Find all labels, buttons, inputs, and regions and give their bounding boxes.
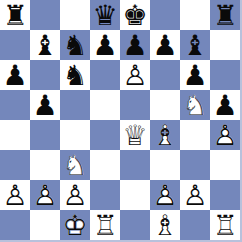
- white-knight-fill: ♞: [180, 90, 210, 120]
- square-a5[interactable]: [0, 90, 30, 120]
- square-c7[interactable]: ♞: [60, 30, 90, 60]
- square-b3[interactable]: [30, 150, 60, 180]
- square-e8[interactable]: ♚: [120, 0, 150, 30]
- square-c4[interactable]: [60, 120, 90, 150]
- square-c2[interactable]: ♟♙: [60, 180, 90, 210]
- piece-black-pawn[interactable]: ♟: [210, 90, 240, 120]
- square-a1[interactable]: [0, 210, 30, 240]
- white-rook-fill: ♜: [90, 210, 120, 240]
- square-c8[interactable]: [60, 0, 90, 30]
- piece-white-pawn[interactable]: ♙: [210, 120, 240, 150]
- square-g3[interactable]: [180, 150, 210, 180]
- square-b2[interactable]: ♟♙: [30, 180, 60, 210]
- square-h4[interactable]: ♟♙: [210, 120, 240, 150]
- piece-white-knight[interactable]: ♘: [180, 90, 210, 120]
- white-knight-fill: ♞: [60, 150, 90, 180]
- square-d2[interactable]: [90, 180, 120, 210]
- square-f4[interactable]: ♝♗: [150, 120, 180, 150]
- square-c1[interactable]: ♚♔: [60, 210, 90, 240]
- square-e7[interactable]: ♟: [120, 30, 150, 60]
- square-e4[interactable]: ♛♕: [120, 120, 150, 150]
- square-b6[interactable]: [30, 60, 60, 90]
- square-h3[interactable]: [210, 150, 240, 180]
- square-d6[interactable]: [90, 60, 120, 90]
- square-g5[interactable]: ♞♘: [180, 90, 210, 120]
- piece-white-bishop[interactable]: ♗: [150, 210, 180, 240]
- square-d8[interactable]: ♛: [90, 0, 120, 30]
- square-a8[interactable]: ♜: [0, 0, 30, 30]
- square-d3[interactable]: [90, 150, 120, 180]
- square-c5[interactable]: [60, 90, 90, 120]
- piece-black-king[interactable]: ♚: [120, 0, 150, 30]
- square-d7[interactable]: ♟: [90, 30, 120, 60]
- piece-black-knight[interactable]: ♞: [60, 60, 90, 90]
- piece-black-pawn[interactable]: ♟: [30, 90, 60, 120]
- square-g4[interactable]: [180, 120, 210, 150]
- square-f3[interactable]: [150, 150, 180, 180]
- piece-black-rook[interactable]: ♜: [210, 0, 240, 30]
- white-pawn-fill: ♟: [30, 180, 60, 210]
- piece-white-pawn[interactable]: ♙: [60, 180, 90, 210]
- square-a4[interactable]: [0, 120, 30, 150]
- white-bishop-fill: ♝: [150, 210, 180, 240]
- square-h6[interactable]: [210, 60, 240, 90]
- square-b1[interactable]: [30, 210, 60, 240]
- square-b5[interactable]: ♟: [30, 90, 60, 120]
- piece-black-pawn[interactable]: ♟: [120, 30, 150, 60]
- square-d4[interactable]: [90, 120, 120, 150]
- white-queen-fill: ♛: [120, 120, 150, 150]
- square-a7[interactable]: [0, 30, 30, 60]
- square-g6[interactable]: ♟: [180, 60, 210, 90]
- piece-white-pawn[interactable]: ♙: [150, 180, 180, 210]
- square-e6[interactable]: ♟♙: [120, 60, 150, 90]
- piece-black-knight[interactable]: ♞: [60, 30, 90, 60]
- square-e5[interactable]: [120, 90, 150, 120]
- white-pawn-fill: ♟: [120, 60, 150, 90]
- square-c6[interactable]: ♞: [60, 60, 90, 90]
- piece-white-queen[interactable]: ♕: [120, 120, 150, 150]
- white-bishop-fill: ♝: [150, 120, 180, 150]
- square-f2[interactable]: ♟♙: [150, 180, 180, 210]
- square-f1[interactable]: ♝♗: [150, 210, 180, 240]
- square-h5[interactable]: ♟: [210, 90, 240, 120]
- square-b7[interactable]: ♝: [30, 30, 60, 60]
- white-pawn-fill: ♟: [150, 180, 180, 210]
- square-e1[interactable]: [120, 210, 150, 240]
- square-a6[interactable]: ♟: [0, 60, 30, 90]
- piece-white-rook[interactable]: ♖: [90, 210, 120, 240]
- square-g7[interactable]: ♝: [180, 30, 210, 60]
- square-d1[interactable]: ♜♖: [90, 210, 120, 240]
- square-g8[interactable]: [180, 0, 210, 30]
- square-g1[interactable]: [180, 210, 210, 240]
- white-pawn-fill: ♟: [210, 120, 240, 150]
- piece-white-pawn[interactable]: ♙: [0, 180, 30, 210]
- square-f7[interactable]: ♟: [150, 30, 180, 60]
- piece-white-pawn[interactable]: ♙: [180, 180, 210, 210]
- white-rook-fill: ♜: [210, 210, 240, 240]
- piece-black-pawn[interactable]: ♟: [150, 30, 180, 60]
- square-c3[interactable]: ♞♘: [60, 150, 90, 180]
- piece-white-king[interactable]: ♔: [60, 210, 90, 240]
- square-f5[interactable]: [150, 90, 180, 120]
- square-a2[interactable]: ♟♙: [0, 180, 30, 210]
- piece-white-pawn[interactable]: ♙: [120, 60, 150, 90]
- piece-white-knight[interactable]: ♘: [60, 150, 90, 180]
- square-h8[interactable]: ♜: [210, 0, 240, 30]
- white-pawn-fill: ♟: [180, 180, 210, 210]
- white-pawn-fill: ♟: [60, 180, 90, 210]
- square-f8[interactable]: [150, 0, 180, 30]
- square-d5[interactable]: [90, 90, 120, 120]
- square-e3[interactable]: [120, 150, 150, 180]
- piece-white-pawn[interactable]: ♙: [30, 180, 60, 210]
- square-h1[interactable]: ♜♖: [210, 210, 240, 240]
- square-b8[interactable]: [30, 0, 60, 30]
- chess-board: ♜♛♚♜♝♞♟♟♟♝♟♞♟♙♟♟♞♘♟♛♕♝♗♟♙♞♘♟♙♟♙♟♙♟♙♟♙♚♔♜…: [0, 0, 240, 240]
- piece-black-pawn[interactable]: ♟: [90, 30, 120, 60]
- piece-white-bishop[interactable]: ♗: [150, 120, 180, 150]
- piece-black-pawn[interactable]: ♟: [0, 60, 30, 90]
- square-e2[interactable]: [120, 180, 150, 210]
- piece-black-pawn[interactable]: ♟: [180, 60, 210, 90]
- square-h7[interactable]: [210, 30, 240, 60]
- piece-white-rook[interactable]: ♖: [210, 210, 240, 240]
- square-g2[interactable]: ♟♙: [180, 180, 210, 210]
- piece-black-bishop[interactable]: ♝: [30, 30, 60, 60]
- square-a3[interactable]: [0, 150, 30, 180]
- square-f6[interactable]: [150, 60, 180, 90]
- piece-black-queen[interactable]: ♛: [90, 0, 120, 30]
- square-b4[interactable]: [30, 120, 60, 150]
- square-h2[interactable]: [210, 180, 240, 210]
- piece-black-rook[interactable]: ♜: [0, 0, 30, 30]
- white-king-fill: ♚: [60, 210, 90, 240]
- piece-black-bishop[interactable]: ♝: [180, 30, 210, 60]
- white-pawn-fill: ♟: [0, 180, 30, 210]
